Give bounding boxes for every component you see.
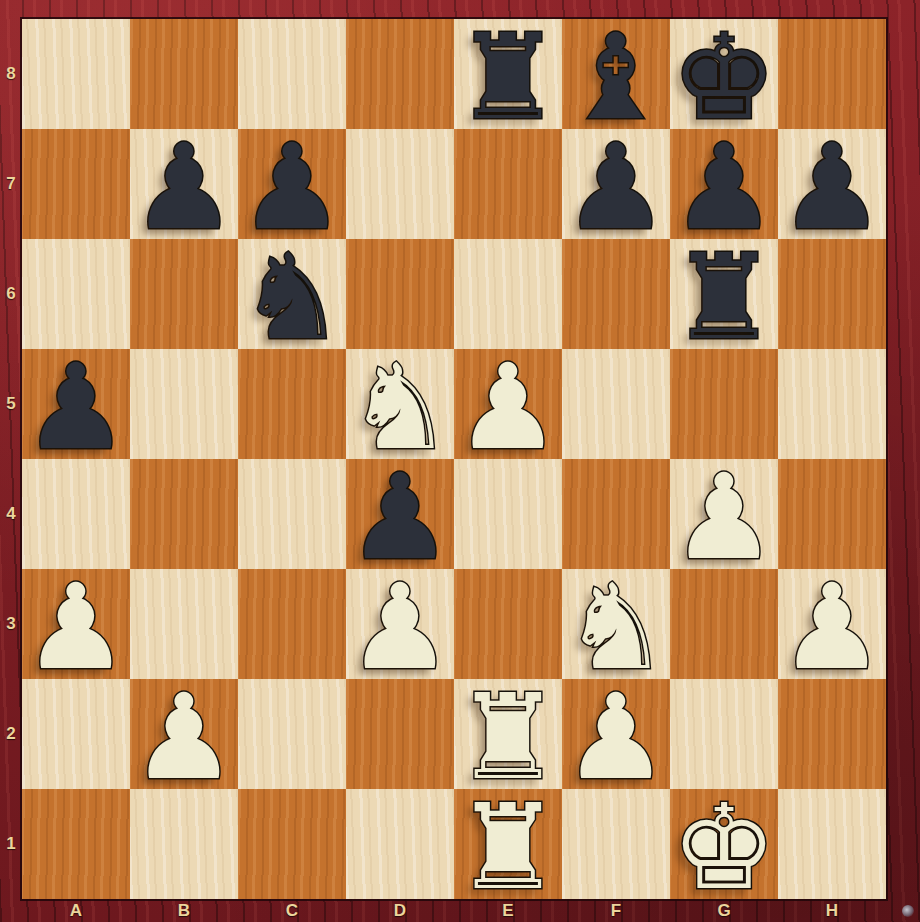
black-rook-e8[interactable]: ♜︎ [455, 18, 561, 136]
square-a1[interactable] [22, 789, 130, 899]
square-a7[interactable] [22, 129, 130, 239]
square-g3[interactable] [670, 569, 778, 679]
file-label-d: D [394, 901, 406, 921]
rank-label-8: 8 [6, 64, 15, 84]
square-h5[interactable] [778, 349, 886, 459]
square-d4[interactable]: ♟︎ [346, 459, 454, 569]
square-h1[interactable] [778, 789, 886, 899]
square-a6[interactable] [22, 239, 130, 349]
white-pawn-e5[interactable]: ♟︎ [455, 348, 561, 466]
square-b3[interactable] [130, 569, 238, 679]
square-b2[interactable]: ♟︎ [130, 679, 238, 789]
rank-labels: 87654321 [0, 19, 22, 899]
square-g6[interactable]: ♜︎ [670, 239, 778, 349]
square-f8[interactable]: ♝︎ [562, 19, 670, 129]
square-h3[interactable]: ♟︎ [778, 569, 886, 679]
square-g2[interactable] [670, 679, 778, 789]
square-g4[interactable]: ♟︎ [670, 459, 778, 569]
square-e5[interactable]: ♟︎ [454, 349, 562, 459]
square-h2[interactable] [778, 679, 886, 789]
black-pawn-a5[interactable]: ♟︎ [23, 348, 129, 466]
black-pawn-f7[interactable]: ♟︎ [563, 128, 669, 246]
square-c6[interactable]: ♞︎ [238, 239, 346, 349]
square-e8[interactable]: ♜︎ [454, 19, 562, 129]
black-knight-c6[interactable]: ♞︎ [239, 238, 345, 356]
square-d1[interactable] [346, 789, 454, 899]
square-h4[interactable] [778, 459, 886, 569]
rank-label-4: 4 [6, 504, 15, 524]
square-c3[interactable] [238, 569, 346, 679]
square-e1[interactable]: ♜︎ [454, 789, 562, 899]
square-b8[interactable] [130, 19, 238, 129]
square-a5[interactable]: ♟︎ [22, 349, 130, 459]
square-f1[interactable] [562, 789, 670, 899]
square-a4[interactable] [22, 459, 130, 569]
file-labels: ABCDEFGH [22, 899, 886, 922]
square-d3[interactable]: ♟︎ [346, 569, 454, 679]
square-h7[interactable]: ♟︎ [778, 129, 886, 239]
white-pawn-f2[interactable]: ♟︎ [563, 678, 669, 796]
square-c8[interactable] [238, 19, 346, 129]
square-d6[interactable] [346, 239, 454, 349]
file-label-c: C [286, 901, 298, 921]
square-b7[interactable]: ♟︎ [130, 129, 238, 239]
square-g8[interactable]: ♚︎ [670, 19, 778, 129]
rank-label-2: 2 [6, 724, 15, 744]
square-c7[interactable]: ♟︎ [238, 129, 346, 239]
square-c1[interactable] [238, 789, 346, 899]
square-c5[interactable] [238, 349, 346, 459]
square-a3[interactable]: ♟︎ [22, 569, 130, 679]
square-c4[interactable] [238, 459, 346, 569]
white-pawn-b2[interactable]: ♟︎ [131, 678, 237, 796]
rank-label-7: 7 [6, 174, 15, 194]
rank-label-5: 5 [6, 394, 15, 414]
black-pawn-b7[interactable]: ♟︎ [131, 128, 237, 246]
square-f3[interactable]: ♞︎ [562, 569, 670, 679]
rank-label-3: 3 [6, 614, 15, 634]
square-f2[interactable]: ♟︎ [562, 679, 670, 789]
square-g1[interactable]: ♚︎ [670, 789, 778, 899]
watermark-dot-icon [902, 905, 914, 917]
white-pawn-d3[interactable]: ♟︎ [347, 568, 453, 686]
square-a8[interactable] [22, 19, 130, 129]
white-pawn-a3[interactable]: ♟︎ [23, 568, 129, 686]
square-d5[interactable]: ♞︎ [346, 349, 454, 459]
file-label-a: A [70, 901, 82, 921]
white-king-g1[interactable]: ♚︎ [671, 788, 777, 906]
black-rook-g6[interactable]: ♜︎ [671, 238, 777, 356]
file-label-g: G [717, 901, 730, 921]
square-e6[interactable] [454, 239, 562, 349]
square-a2[interactable] [22, 679, 130, 789]
white-pawn-h3[interactable]: ♟︎ [779, 568, 885, 686]
file-label-f: F [611, 901, 621, 921]
square-f4[interactable] [562, 459, 670, 569]
square-d2[interactable] [346, 679, 454, 789]
file-label-h: H [826, 901, 838, 921]
square-b5[interactable] [130, 349, 238, 459]
rank-label-1: 1 [6, 834, 15, 854]
square-g7[interactable]: ♟︎ [670, 129, 778, 239]
square-c2[interactable] [238, 679, 346, 789]
chess-diagram: ♜︎♝︎♚︎♟︎♟︎♟︎♟︎♟︎♞︎♜︎♟︎♞︎♟︎♟︎♟︎♟︎♟︎♞︎♟︎♟︎… [0, 0, 920, 922]
chess-board[interactable]: ♜︎♝︎♚︎♟︎♟︎♟︎♟︎♟︎♞︎♜︎♟︎♞︎♟︎♟︎♟︎♟︎♟︎♞︎♟︎♟︎… [22, 19, 886, 899]
black-pawn-h7[interactable]: ♟︎ [779, 128, 885, 246]
white-pawn-g4[interactable]: ♟︎ [671, 458, 777, 576]
square-f5[interactable] [562, 349, 670, 459]
square-e4[interactable] [454, 459, 562, 569]
file-label-e: E [502, 901, 513, 921]
square-f7[interactable]: ♟︎ [562, 129, 670, 239]
square-d8[interactable] [346, 19, 454, 129]
square-d7[interactable] [346, 129, 454, 239]
square-e7[interactable] [454, 129, 562, 239]
square-b4[interactable] [130, 459, 238, 569]
square-g5[interactable] [670, 349, 778, 459]
square-f6[interactable] [562, 239, 670, 349]
rank-label-6: 6 [6, 284, 15, 304]
white-rook-e1[interactable]: ♜︎ [455, 788, 561, 906]
square-e3[interactable] [454, 569, 562, 679]
square-b6[interactable] [130, 239, 238, 349]
square-h6[interactable] [778, 239, 886, 349]
square-h8[interactable] [778, 19, 886, 129]
file-label-b: B [178, 901, 190, 921]
square-b1[interactable] [130, 789, 238, 899]
square-e2[interactable]: ♜︎ [454, 679, 562, 789]
